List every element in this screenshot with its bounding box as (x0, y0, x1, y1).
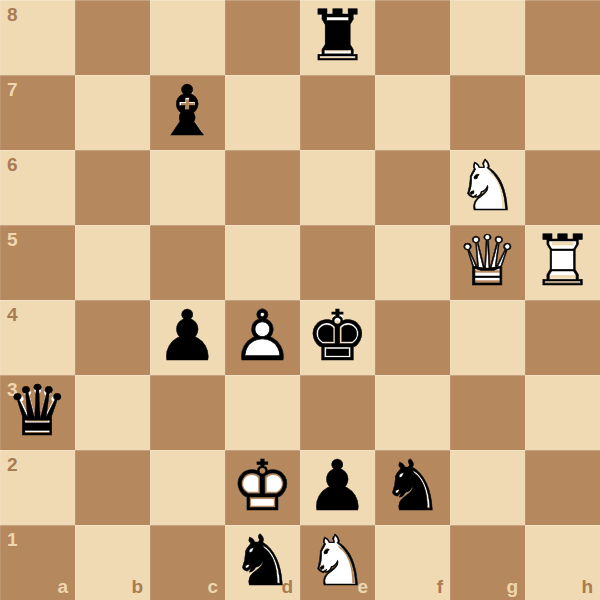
square-d4[interactable]: ♟♙ (225, 300, 300, 375)
file-label-f: f (437, 577, 443, 596)
square-f1[interactable]: f (375, 525, 450, 600)
knight-glyph: ♘ (450, 150, 525, 225)
black-queen-a3[interactable]: ♛♛ (0, 375, 75, 450)
square-a3[interactable]: 3♛♛ (0, 375, 75, 450)
white-king-d2[interactable]: ♚♔ (225, 450, 300, 525)
white-knight-e1[interactable]: ♞♘ (300, 525, 375, 600)
square-a4[interactable]: 4 (0, 300, 75, 375)
rank-label-4: 4 (7, 305, 18, 324)
black-bishop-c7[interactable]: ♝♝ (150, 75, 225, 150)
square-c7[interactable]: ♝♝ (150, 75, 225, 150)
square-h1[interactable]: h (525, 525, 600, 600)
square-a1[interactable]: 1a (0, 525, 75, 600)
white-rook-h5[interactable]: ♜♖ (525, 225, 600, 300)
black-knight-d1[interactable]: ♞♞ (225, 525, 300, 600)
square-a8[interactable]: 8 (0, 0, 75, 75)
square-b6[interactable] (75, 150, 150, 225)
square-d7[interactable] (225, 75, 300, 150)
square-b4[interactable] (75, 300, 150, 375)
square-e5[interactable] (300, 225, 375, 300)
knight-glyph: ♘ (300, 525, 375, 600)
white-queen-g5[interactable]: ♛♕ (450, 225, 525, 300)
square-f6[interactable] (375, 150, 450, 225)
square-g3[interactable] (450, 375, 525, 450)
square-g5[interactable]: ♛♕ (450, 225, 525, 300)
rank-label-8: 8 (7, 5, 18, 24)
square-d5[interactable] (225, 225, 300, 300)
square-h2[interactable] (525, 450, 600, 525)
file-label-b: b (131, 577, 143, 596)
square-c1[interactable]: c (150, 525, 225, 600)
square-d8[interactable] (225, 0, 300, 75)
black-king-e4[interactable]: ♚♚ (300, 300, 375, 375)
square-h4[interactable] (525, 300, 600, 375)
king-glyph: ♔ (225, 450, 300, 525)
square-b8[interactable] (75, 0, 150, 75)
knight-glyph: ♞ (375, 450, 450, 525)
square-h5[interactable]: ♜♖ (525, 225, 600, 300)
square-b3[interactable] (75, 375, 150, 450)
square-d2[interactable]: ♚♔ (225, 450, 300, 525)
bishop-glyph: ♝ (150, 75, 225, 150)
square-c6[interactable] (150, 150, 225, 225)
knight-glyph: ♞ (225, 525, 300, 600)
square-f7[interactable] (375, 75, 450, 150)
square-c3[interactable] (150, 375, 225, 450)
square-e3[interactable] (300, 375, 375, 450)
square-c8[interactable] (150, 0, 225, 75)
pawn-glyph: ♟ (300, 450, 375, 525)
rook-glyph: ♖ (525, 225, 600, 300)
rank-label-2: 2 (7, 455, 18, 474)
chess-board: 8♜♜7♝♝6♞♘5♛♕♜♖4♟♟♟♙♚♚3♛♛2♚♔♟♟♞♞1abcd♞♞e♞… (0, 0, 600, 600)
pawn-glyph: ♙ (225, 300, 300, 375)
square-c5[interactable] (150, 225, 225, 300)
square-e7[interactable] (300, 75, 375, 150)
square-a5[interactable]: 5 (0, 225, 75, 300)
square-e6[interactable] (300, 150, 375, 225)
square-a6[interactable]: 6 (0, 150, 75, 225)
file-label-c: c (207, 577, 218, 596)
queen-glyph: ♛ (0, 375, 75, 450)
square-a7[interactable]: 7 (0, 75, 75, 150)
square-d1[interactable]: d♞♞ (225, 525, 300, 600)
square-b2[interactable] (75, 450, 150, 525)
square-h8[interactable] (525, 0, 600, 75)
white-knight-g6[interactable]: ♞♘ (450, 150, 525, 225)
file-label-h: h (581, 577, 593, 596)
file-label-a: a (57, 577, 68, 596)
square-b5[interactable] (75, 225, 150, 300)
black-pawn-e2[interactable]: ♟♟ (300, 450, 375, 525)
square-b7[interactable] (75, 75, 150, 150)
black-rook-e8[interactable]: ♜♜ (300, 0, 375, 75)
square-h3[interactable] (525, 375, 600, 450)
queen-glyph: ♕ (450, 225, 525, 300)
file-label-g: g (506, 577, 518, 596)
square-f2[interactable]: ♞♞ (375, 450, 450, 525)
square-g4[interactable] (450, 300, 525, 375)
square-d3[interactable] (225, 375, 300, 450)
square-e8[interactable]: ♜♜ (300, 0, 375, 75)
square-g8[interactable] (450, 0, 525, 75)
rank-label-1: 1 (7, 530, 18, 549)
rank-label-7: 7 (7, 80, 18, 99)
black-knight-f2[interactable]: ♞♞ (375, 450, 450, 525)
square-g2[interactable] (450, 450, 525, 525)
square-g6[interactable]: ♞♘ (450, 150, 525, 225)
square-g7[interactable] (450, 75, 525, 150)
square-g1[interactable]: g (450, 525, 525, 600)
square-c4[interactable]: ♟♟ (150, 300, 225, 375)
rank-label-6: 6 (7, 155, 18, 174)
square-e4[interactable]: ♚♚ (300, 300, 375, 375)
king-glyph: ♚ (300, 300, 375, 375)
square-e1[interactable]: e♞♘ (300, 525, 375, 600)
square-h6[interactable] (525, 150, 600, 225)
black-pawn-c4[interactable]: ♟♟ (150, 300, 225, 375)
square-f5[interactable] (375, 225, 450, 300)
square-d6[interactable] (225, 150, 300, 225)
square-f3[interactable] (375, 375, 450, 450)
white-pawn-d4[interactable]: ♟♙ (225, 300, 300, 375)
rank-label-5: 5 (7, 230, 18, 249)
square-h7[interactable] (525, 75, 600, 150)
square-f8[interactable] (375, 0, 450, 75)
square-a2[interactable]: 2 (0, 450, 75, 525)
square-c2[interactable] (150, 450, 225, 525)
square-e2[interactable]: ♟♟ (300, 450, 375, 525)
square-b1[interactable]: b (75, 525, 150, 600)
square-f4[interactable] (375, 300, 450, 375)
pawn-glyph: ♟ (150, 300, 225, 375)
rook-glyph: ♜ (300, 0, 375, 75)
